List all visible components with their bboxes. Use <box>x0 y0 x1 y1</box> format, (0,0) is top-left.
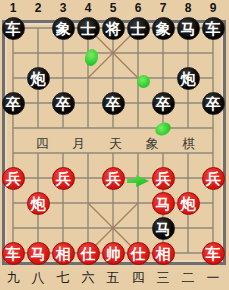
file-label-bottom-4: 六 <box>78 269 98 287</box>
piece-black-elephant[interactable]: 象 <box>152 17 175 40</box>
file-label-top-6: 6 <box>128 1 148 15</box>
file-label-bottom-5: 五 <box>103 269 123 287</box>
piece-black-horse[interactable]: 马 <box>152 217 175 240</box>
piece-red-advisor[interactable]: 仕 <box>127 242 150 265</box>
piece-red-soldier[interactable]: 兵 <box>52 167 75 190</box>
piece-red-cannon[interactable]: 炮 <box>177 192 200 215</box>
file-label-top-4: 4 <box>78 1 98 15</box>
file-label-top-3: 3 <box>53 1 73 15</box>
piece-red-general[interactable]: 帅 <box>102 242 125 265</box>
file-label-bottom-3: 七 <box>53 269 73 287</box>
piece-black-soldier[interactable]: 卒 <box>152 92 175 115</box>
file-label-top-9: 9 <box>203 1 223 15</box>
file-label-top-2: 2 <box>28 1 48 15</box>
file-label-top-7: 7 <box>153 1 173 15</box>
piece-black-chariot[interactable]: 车 <box>2 17 25 40</box>
file-label-bottom-2: 八 <box>28 269 48 287</box>
dot-marker <box>137 75 150 88</box>
piece-black-soldier[interactable]: 卒 <box>202 92 225 115</box>
piece-red-horse[interactable]: 马 <box>152 192 175 215</box>
piece-red-elephant[interactable]: 相 <box>152 242 175 265</box>
piece-red-soldier[interactable]: 兵 <box>102 167 125 190</box>
piece-red-horse[interactable]: 马 <box>27 242 50 265</box>
river-char: 月 <box>69 135 89 153</box>
file-label-bottom-9: 一 <box>203 269 223 287</box>
piece-black-elephant[interactable]: 象 <box>52 17 75 40</box>
piece-black-cannon[interactable]: 炮 <box>177 67 200 90</box>
piece-red-soldier[interactable]: 兵 <box>152 167 175 190</box>
piece-black-soldier[interactable]: 卒 <box>2 92 25 115</box>
piece-red-elephant[interactable]: 相 <box>52 242 75 265</box>
file-label-bottom-1: 九 <box>3 269 23 287</box>
xiangqi-app: 123456789 四月天象棋 九八七六五四三二一 车象士将士象马车炮炮卒卒卒卒… <box>0 0 229 290</box>
piece-black-general[interactable]: 将 <box>102 17 125 40</box>
piece-black-soldier[interactable]: 卒 <box>52 92 75 115</box>
piece-red-cannon[interactable]: 炮 <box>27 192 50 215</box>
piece-black-cannon[interactable]: 炮 <box>27 67 50 90</box>
file-label-bottom-7: 三 <box>153 269 173 287</box>
piece-black-horse[interactable]: 马 <box>177 17 200 40</box>
file-label-top-1: 1 <box>3 1 23 15</box>
piece-red-chariot[interactable]: 车 <box>202 242 225 265</box>
file-label-top-5: 5 <box>103 1 123 15</box>
piece-black-advisor[interactable]: 士 <box>127 17 150 40</box>
river-char: 四 <box>32 135 52 153</box>
river-char: 棋 <box>179 135 199 153</box>
piece-black-advisor[interactable]: 士 <box>77 17 100 40</box>
file-label-bottom-8: 二 <box>178 269 198 287</box>
piece-red-chariot[interactable]: 车 <box>2 242 25 265</box>
piece-red-advisor[interactable]: 仕 <box>77 242 100 265</box>
piece-red-soldier[interactable]: 兵 <box>202 167 225 190</box>
piece-black-chariot[interactable]: 车 <box>202 17 225 40</box>
river-char: 天 <box>106 135 126 153</box>
piece-red-soldier[interactable]: 兵 <box>2 167 25 190</box>
file-label-top-8: 8 <box>178 1 198 15</box>
file-label-bottom-6: 四 <box>128 269 148 287</box>
piece-black-soldier[interactable]: 卒 <box>102 92 125 115</box>
river-char: 象 <box>142 135 162 153</box>
